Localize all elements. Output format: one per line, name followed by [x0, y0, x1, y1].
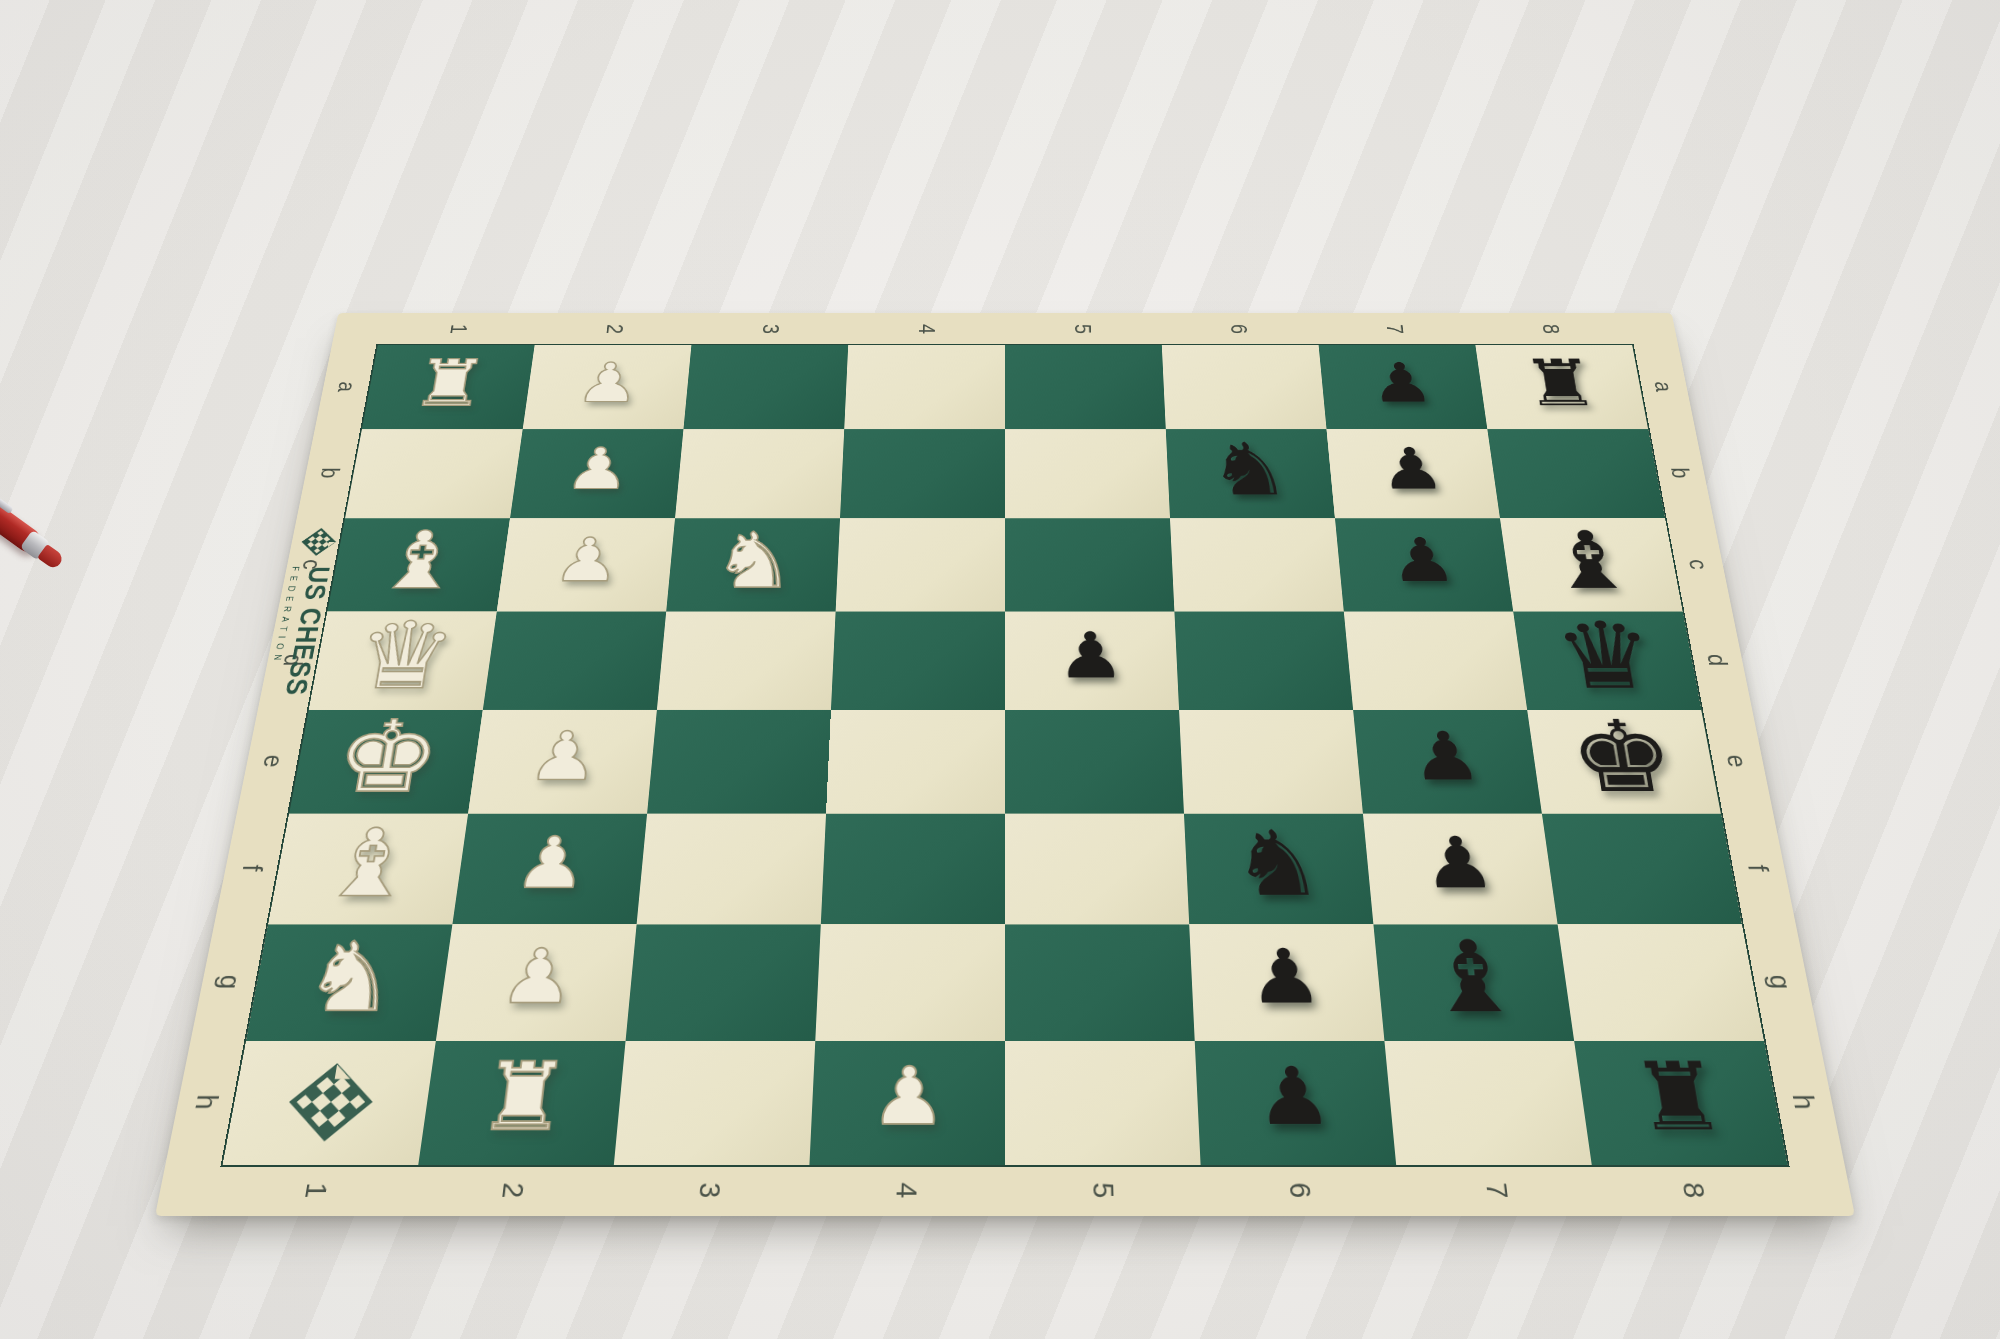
piece-black-pawn-c7[interactable]: ♟ — [1386, 530, 1460, 590]
square-b5[interactable] — [1005, 429, 1170, 518]
piece-white-rook-a1[interactable]: ♜ — [407, 351, 492, 415]
square-c2[interactable]: ♟ — [497, 518, 675, 611]
square-g8[interactable] — [1558, 924, 1764, 1041]
piece-white-pawn-e2[interactable]: ♟ — [525, 723, 603, 790]
square-h3[interactable] — [614, 1041, 815, 1165]
square-f6[interactable]: ♞ — [1184, 814, 1373, 924]
piece-black-pawn-h6[interactable]: ♟ — [1253, 1057, 1335, 1137]
piece-white-pawn-b2[interactable]: ♟ — [562, 441, 634, 498]
red-pen — [0, 471, 78, 583]
square-d2[interactable] — [483, 611, 666, 709]
piece-white-pawn-h4[interactable]: ♟ — [869, 1057, 948, 1137]
square-g6[interactable]: ♟ — [1189, 924, 1384, 1041]
square-c3[interactable]: ♞ — [666, 518, 840, 611]
us-chess-logo-icon — [279, 1060, 382, 1144]
square-f8[interactable] — [1542, 814, 1742, 924]
square-a5[interactable] — [1005, 345, 1166, 429]
piece-black-bishop-c8[interactable]: ♝ — [1540, 521, 1641, 600]
square-e5[interactable] — [1005, 710, 1184, 814]
piece-black-rook-h8[interactable]: ♜ — [1626, 1050, 1732, 1144]
square-g5[interactable] — [1005, 924, 1195, 1041]
piece-white-queen-d1[interactable]: ♛ — [347, 610, 462, 702]
square-b6[interactable]: ♞ — [1166, 429, 1335, 518]
square-c6[interactable] — [1170, 518, 1344, 611]
square-d7[interactable] — [1344, 611, 1527, 709]
rank-labels-top: 12345678 — [378, 313, 1632, 345]
square-a1[interactable]: ♜ — [362, 345, 535, 429]
piece-white-bishop-c1[interactable]: ♝ — [370, 521, 471, 600]
square-e7[interactable]: ♟ — [1353, 710, 1542, 814]
square-e8[interactable]: ♚ — [1527, 710, 1721, 814]
piece-black-bishop-g7[interactable]: ♝ — [1417, 927, 1527, 1026]
square-h5[interactable] — [1005, 1041, 1201, 1165]
rank-labels-bottom: 12345678 — [213, 1165, 1797, 1216]
square-f4[interactable] — [821, 814, 1005, 924]
piece-black-pawn-f7[interactable]: ♟ — [1418, 828, 1499, 899]
square-c5[interactable] — [1005, 518, 1174, 611]
square-b1[interactable] — [345, 429, 523, 518]
square-g3[interactable] — [626, 924, 821, 1041]
red-pen-clip — [0, 474, 14, 514]
square-h1[interactable] — [223, 1041, 436, 1165]
square-e1[interactable]: ♚ — [289, 710, 483, 814]
square-g4[interactable] — [815, 924, 1005, 1041]
us-chess-logo-icon — [297, 527, 340, 557]
piece-black-pawn-e7[interactable]: ♟ — [1407, 723, 1485, 790]
square-d5[interactable]: ♟ — [1005, 611, 1179, 709]
piece-white-king-e1[interactable]: ♚ — [327, 708, 447, 807]
piece-white-pawn-g2[interactable]: ♟ — [496, 939, 579, 1014]
square-d4[interactable] — [831, 611, 1005, 709]
chessboard-mat: 12345678 12345678 abcdefgh abcdefgh ♜♟♟♜… — [155, 313, 1855, 1216]
square-e6[interactable] — [1179, 710, 1363, 814]
square-a3[interactable] — [683, 345, 848, 429]
piece-black-pawn-b7[interactable]: ♟ — [1376, 441, 1448, 498]
square-h8[interactable]: ♜ — [1574, 1041, 1787, 1165]
piece-black-knight-f6[interactable]: ♞ — [1228, 819, 1326, 909]
square-c1[interactable]: ♝ — [327, 518, 510, 611]
piece-white-rook-h2[interactable]: ♜ — [473, 1050, 575, 1144]
piece-black-rook-a8[interactable]: ♜ — [1518, 351, 1603, 415]
square-f3[interactable] — [637, 814, 826, 924]
square-b4[interactable] — [840, 429, 1005, 518]
piece-white-pawn-a2[interactable]: ♟ — [573, 356, 643, 410]
square-f7[interactable]: ♟ — [1363, 814, 1558, 924]
piece-black-pawn-d5[interactable]: ♟ — [1056, 624, 1126, 687]
square-g7[interactable]: ♝ — [1373, 924, 1574, 1041]
chess-board: ♜♟♟♜♟♞♟♝♟♞♟♝♛♟♛♚♟♟♚♝♟♞♟♞♟♟♝ ♜♟♟♜ — [223, 345, 1788, 1165]
square-b8[interactable] — [1487, 429, 1665, 518]
square-h7[interactable] — [1384, 1041, 1591, 1165]
piece-white-pawn-c2[interactable]: ♟ — [550, 530, 624, 590]
square-c7[interactable]: ♟ — [1335, 518, 1513, 611]
square-d3[interactable] — [657, 611, 836, 709]
square-a6[interactable] — [1162, 345, 1327, 429]
piece-white-bishop-f1[interactable]: ♝ — [314, 817, 425, 911]
square-a2[interactable]: ♟ — [523, 345, 692, 429]
square-h4[interactable]: ♟ — [809, 1041, 1005, 1165]
square-b2[interactable]: ♟ — [510, 429, 683, 518]
square-d1[interactable]: ♛ — [309, 611, 497, 709]
square-h6[interactable]: ♟ — [1195, 1041, 1396, 1165]
square-h2[interactable]: ♜ — [418, 1041, 625, 1165]
square-f2[interactable]: ♟ — [452, 814, 647, 924]
square-a4[interactable] — [844, 345, 1005, 429]
piece-black-king-e8[interactable]: ♚ — [1563, 708, 1683, 807]
square-c8[interactable]: ♝ — [1500, 518, 1683, 611]
piece-black-knight-b6[interactable]: ♞ — [1206, 433, 1294, 506]
square-a8[interactable]: ♜ — [1475, 345, 1648, 429]
square-e4[interactable] — [826, 710, 1005, 814]
piece-black-queen-d8[interactable]: ♛ — [1549, 610, 1664, 702]
square-e3[interactable] — [647, 710, 831, 814]
square-d8[interactable]: ♛ — [1513, 611, 1701, 709]
piece-white-knight-g1[interactable]: ♞ — [296, 929, 407, 1025]
piece-white-pawn-f2[interactable]: ♟ — [511, 828, 592, 899]
piece-black-pawn-a7[interactable]: ♟ — [1367, 356, 1437, 410]
square-a7[interactable]: ♟ — [1319, 345, 1488, 429]
square-d6[interactable] — [1174, 611, 1353, 709]
square-c4[interactable] — [836, 518, 1005, 611]
square-f5[interactable] — [1005, 814, 1189, 924]
square-e2[interactable]: ♟ — [468, 710, 657, 814]
piece-white-knight-c3[interactable]: ♞ — [709, 522, 799, 599]
square-b3[interactable] — [675, 429, 844, 518]
piece-black-pawn-g6[interactable]: ♟ — [1246, 939, 1326, 1014]
square-g2[interactable]: ♟ — [436, 924, 637, 1041]
square-f1[interactable]: ♝ — [268, 814, 468, 924]
square-g1[interactable]: ♞ — [246, 924, 452, 1041]
square-b7[interactable]: ♟ — [1327, 429, 1500, 518]
